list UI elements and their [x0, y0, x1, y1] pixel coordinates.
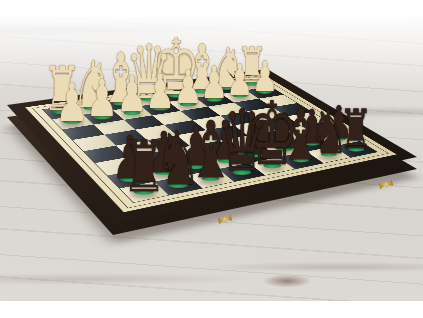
- black-rook-glyph: ♜: [121, 131, 166, 202]
- white-pawn-glyph: ♟: [86, 73, 118, 125]
- white-pawn-glyph: ♟: [55, 76, 89, 129]
- letterbox-top: [0, 0, 423, 17]
- white-pawn-glyph: ♟: [116, 70, 147, 120]
- letterbox-bottom: [0, 301, 423, 318]
- white-pawn-glyph: ♟: [145, 67, 175, 115]
- photo-canvas: ♜♞♝♟♚♟♛♟♝♟♞♟♜♟♟♟♟♟♟♜♟♞♟♝♟♚♛♟♝♟♞♜: [0, 0, 423, 318]
